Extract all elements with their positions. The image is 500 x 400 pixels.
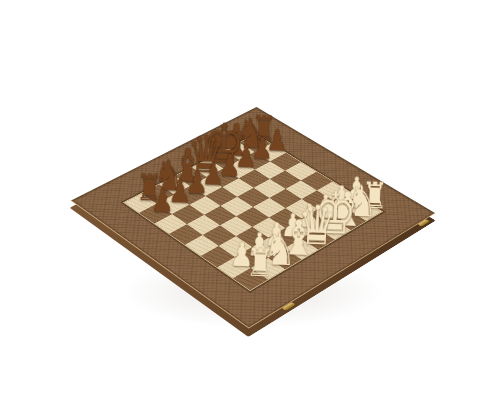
piece-black-pawn-a7[interactable]: ♟ <box>150 185 170 217</box>
chess-set-photo: ♜♞♝♛♚♝♞♜♟♟♟♟♟♟♟♟♟♟♟♟♟♟♟♟♜♞♝♛♚♝♞♜ <box>0 0 500 400</box>
chess-board: ♜♞♝♛♚♝♞♜♟♟♟♟♟♟♟♟♟♟♟♟♟♟♟♟♜♞♝♛♚♝♞♜ <box>71 107 436 329</box>
square-a1[interactable]: ♜ <box>233 268 267 290</box>
board-grid: ♜♞♝♛♚♝♞♜♟♟♟♟♟♟♟♟♟♟♟♟♟♟♟♟♜♞♝♛♚♝♞♜ <box>124 135 381 291</box>
piece-white-rook-a1[interactable]: ♜ <box>246 244 267 283</box>
board-carved-frame: ♜♞♝♛♚♝♞♜♟♟♟♟♟♟♟♟♟♟♟♟♟♟♟♟♜♞♝♛♚♝♞♜ <box>71 107 436 329</box>
